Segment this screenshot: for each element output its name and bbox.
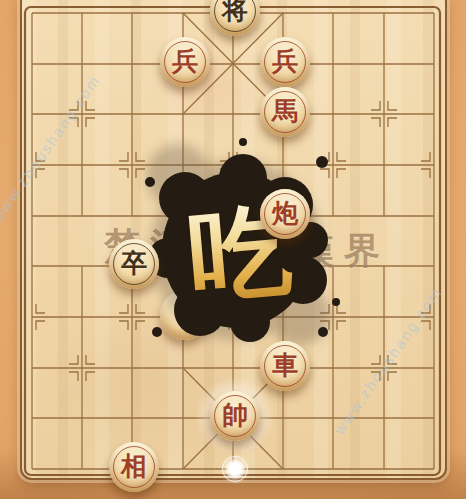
river-label-right: 漢界: [298, 227, 390, 276]
piece-glyph: 車: [272, 353, 298, 379]
piece-red-general[interactable]: 帥: [210, 391, 260, 441]
piece-glyph: 将: [222, 0, 248, 24]
piece-glyph: 卒: [121, 251, 147, 277]
piece-red-elephant[interactable]: 相: [109, 442, 159, 492]
occluded-piece[interactable]: [160, 290, 210, 340]
piece-glyph: 帥: [222, 403, 248, 429]
piece-red-pawn-left[interactable]: 兵: [160, 37, 210, 87]
piece-red-horse[interactable]: 馬: [260, 87, 310, 137]
piece-glyph: 兵: [272, 49, 298, 75]
piece-red-cannon[interactable]: 炮: [260, 189, 310, 239]
piece-glyph: 炮: [272, 201, 298, 227]
piece-black-pawn[interactable]: 卒: [109, 239, 159, 289]
piece-glyph: 相: [121, 454, 147, 480]
piece-glyph: 馬: [272, 99, 298, 125]
move-hint-dot[interactable]: [218, 452, 252, 486]
piece-red-pawn-right[interactable]: 兵: [260, 37, 310, 87]
xiangqi-screenshot: 楚河 漢界 www.zhoushang.com www.zhoushang.co…: [0, 0, 466, 499]
piece-red-rook[interactable]: 車: [260, 341, 310, 391]
piece-glyph: 兵: [172, 49, 198, 75]
